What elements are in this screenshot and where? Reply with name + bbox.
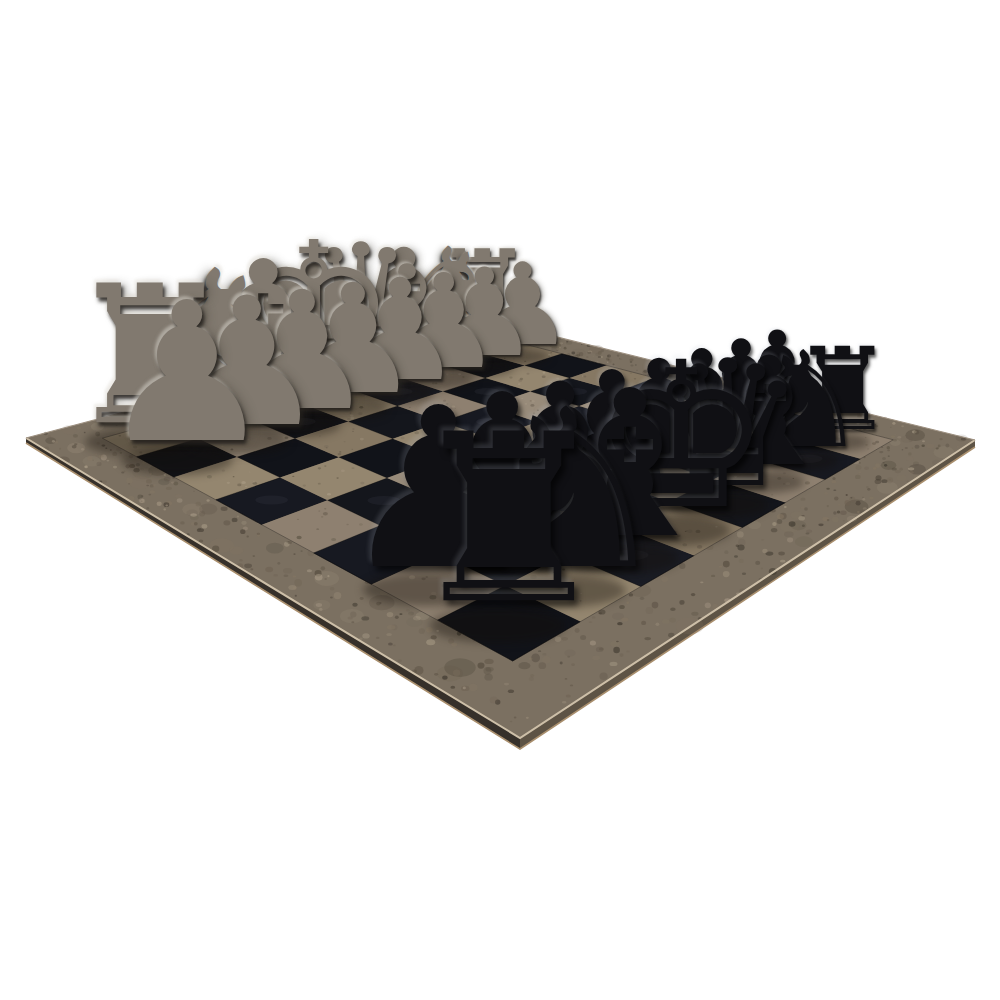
marble-speckle [806, 530, 812, 533]
marble-speckle [48, 435, 51, 438]
marble-speckle [571, 663, 575, 666]
marble-speckle [239, 559, 242, 562]
marble-speckle [141, 495, 143, 496]
marble-blotch [784, 531, 794, 537]
marble-speckle [297, 536, 302, 539]
marble-speckle [221, 507, 228, 511]
marble-speckle [149, 494, 152, 496]
marble-speckle [939, 438, 942, 440]
marble-speckle [739, 559, 744, 563]
marble-speckle [277, 562, 280, 565]
marble-speckle [656, 623, 660, 626]
marble-speckle [742, 572, 746, 575]
marble-speckle [610, 662, 618, 666]
marble-speckle [906, 481, 908, 482]
marble-speckle [253, 555, 256, 557]
marble-speckle [510, 721, 512, 722]
marble-speckle [876, 475, 882, 480]
marble-speckle [140, 499, 145, 503]
marble-blotch [906, 456, 914, 461]
marble-speckle [843, 520, 845, 521]
marble-speckle [484, 674, 492, 681]
marble-speckle [386, 633, 392, 636]
marble-speckle [484, 667, 492, 675]
marble-speckle [912, 448, 914, 449]
marble-speckle [845, 500, 851, 506]
marble-speckle [866, 486, 869, 488]
marble-speckle [59, 448, 61, 450]
marble-speckle [157, 502, 162, 506]
marble-speckle [895, 470, 901, 473]
marble-speckle [922, 445, 925, 447]
marble-blotch [897, 475, 907, 481]
marble-speckle [565, 678, 568, 680]
marble-speckle [147, 507, 150, 510]
marble-speckle [324, 508, 326, 509]
marble-speckle [922, 440, 925, 442]
marble-speckle [592, 655, 600, 660]
marble-speckle [778, 552, 785, 556]
marble-speckle [530, 674, 534, 677]
marble-speckle [850, 497, 852, 499]
marble-speckle [150, 490, 155, 493]
marble-speckle [857, 511, 860, 513]
marble-speckle [626, 651, 629, 653]
marble-speckle [908, 452, 912, 455]
marble-speckle [914, 430, 919, 435]
marble-speckle [330, 596, 333, 598]
white-pawn-h2[interactable]: ♟ [100, 277, 273, 470]
marble-speckle [838, 504, 840, 505]
marble-speckle [327, 575, 329, 577]
marble-speckle [388, 642, 393, 645]
marble-speckle [901, 425, 904, 427]
marble-speckle [196, 502, 201, 507]
marble-speckle [905, 447, 908, 449]
marble-speckle [832, 517, 839, 522]
marble-speckle [265, 567, 273, 573]
marble-blotch [266, 543, 284, 554]
marble-speckle [293, 575, 296, 577]
marble-speckle [175, 494, 182, 498]
marble-blotch [444, 658, 475, 677]
marble-speckle [434, 673, 438, 676]
marble-speckle [734, 555, 738, 558]
marble-speckle [180, 521, 185, 524]
marble-speckle [827, 505, 829, 507]
marble-speckle [867, 488, 870, 491]
marble-speckle [961, 438, 966, 441]
marble-speckle [316, 528, 319, 530]
marble-speckle [691, 612, 698, 616]
marble-speckle [323, 512, 328, 515]
marble-speckle [315, 574, 323, 581]
marble-speckle [705, 602, 711, 608]
marble-speckle [723, 571, 730, 577]
marble-speckle [884, 464, 887, 467]
marble-speckle [247, 535, 249, 537]
marble-speckle [166, 487, 172, 490]
marble-speckle [691, 593, 695, 596]
marble-speckle [316, 603, 322, 607]
marble-blotch [926, 444, 934, 449]
marble-speckle [297, 519, 299, 520]
marble-speckle [613, 647, 620, 653]
marble-blotch [795, 536, 813, 547]
marble-speckle [324, 465, 326, 467]
marble-speckle [250, 568, 253, 570]
marble-speckle [913, 461, 919, 466]
marble-speckle [526, 717, 529, 719]
marble-speckle [504, 683, 509, 686]
marble-speckle [529, 658, 533, 661]
marble-speckle [241, 521, 246, 525]
marble-speckle [318, 467, 321, 469]
marble-speckle [514, 717, 517, 719]
marble-speckle [787, 538, 793, 543]
marble-speckle [194, 522, 198, 525]
marble-speckle [761, 568, 763, 570]
marble-speckle [771, 528, 777, 532]
marble-speckle [321, 566, 325, 570]
marble-speckle [469, 684, 478, 691]
marble-speckle [562, 701, 567, 704]
marble-speckle [837, 511, 840, 514]
marble-speckle [52, 440, 55, 443]
marble-speckle [869, 497, 873, 500]
marble-speckle [295, 595, 297, 597]
marble-speckle [197, 528, 204, 532]
marble-speckle [529, 677, 534, 681]
marble-speckle [330, 587, 335, 590]
marble-speckle [818, 523, 823, 526]
marble-speckle [177, 498, 183, 502]
marble-speckle [887, 466, 890, 468]
marble-speckle [303, 485, 306, 487]
marble-speckle [679, 600, 684, 605]
marble-speckle [393, 644, 396, 646]
marble-speckle [641, 621, 646, 625]
marble-speckle [670, 618, 676, 623]
marble-speckle [376, 637, 380, 639]
marble-speckle [862, 498, 865, 500]
marble-speckle [351, 621, 354, 623]
marble-speckle [193, 491, 195, 492]
marble-speckle [833, 511, 836, 514]
marble-speckle [827, 519, 830, 521]
marble-speckle [163, 508, 166, 510]
marble-speckle [453, 670, 460, 676]
marble-speckle [938, 445, 941, 448]
marble-speckle [881, 479, 887, 483]
marble-speckle [600, 673, 608, 681]
marble-speckle [897, 436, 901, 438]
marble-speckle [284, 574, 289, 577]
marble-speckle [202, 524, 208, 529]
marble-speckle [490, 696, 498, 703]
marble-speckle [909, 439, 913, 442]
marble-speckle [567, 656, 570, 658]
marble-speckle [293, 553, 295, 555]
marble-speckle [478, 663, 485, 669]
marble-speckle [875, 463, 880, 468]
marble-blotch [518, 662, 530, 669]
marble-speckle [893, 439, 897, 442]
marble-speckle [902, 449, 904, 450]
marble-blotch [283, 568, 292, 574]
marble-speckle [301, 550, 303, 552]
marble-speckle [307, 569, 312, 572]
marble-speckle [957, 446, 959, 448]
marble-speckle [199, 511, 205, 517]
marble-speckle [245, 486, 247, 487]
photo-stage: ♜♟♞♟♝♟♛♚♟♝♟♞♟♟♜♟♟♜♟♟♞♟♝♟♛♟♚♟♝♟♞♜ [0, 0, 1000, 1000]
marble-speckle [244, 563, 252, 568]
marble-speckle [892, 468, 897, 471]
marble-speckle [288, 585, 296, 590]
marble-speckle [237, 515, 239, 517]
marble-speckle [909, 471, 914, 474]
marble-speckle [908, 467, 914, 470]
marble-speckle [442, 675, 447, 679]
marble-speckle [856, 501, 861, 506]
marble-speckle [324, 578, 327, 579]
marble-speckle [915, 445, 920, 449]
marble-speckle [539, 662, 547, 669]
marble-speckle [240, 529, 245, 534]
marble-speckle [207, 499, 210, 501]
marble-speckle [508, 690, 514, 694]
marble-speckle [165, 504, 168, 506]
marble-speckle [887, 477, 893, 483]
marble-speckle [223, 520, 230, 525]
marble-speckle [936, 447, 939, 449]
marble-speckle [846, 494, 848, 496]
marble-speckle [570, 685, 573, 687]
marble-speckle [806, 533, 810, 535]
marble-speckle [321, 516, 323, 518]
marble-speckle [450, 686, 455, 689]
marble-speckle [398, 659, 402, 662]
marble-speckle [257, 533, 261, 537]
marble-speckle [484, 659, 493, 664]
marble-speckle [621, 618, 628, 622]
marble-speckle [319, 608, 323, 611]
marble-speckle [644, 637, 651, 640]
marble-speckle [331, 538, 336, 541]
marble-speckle [662, 619, 670, 624]
marble-speckle [862, 497, 864, 498]
marble-speckle [620, 653, 624, 657]
marble-speckle [232, 518, 238, 522]
marble-speckle [566, 694, 571, 697]
marble-speckle [199, 539, 204, 542]
black-rook-h8[interactable]: ♜ [405, 404, 613, 636]
marble-speckle [292, 476, 294, 477]
marble-speckle [723, 561, 730, 568]
marble-speckle [273, 574, 278, 577]
marble-speckle [190, 513, 197, 516]
marble-speckle [883, 462, 885, 463]
marble-speckle [560, 662, 563, 665]
marble-speckle [863, 507, 867, 509]
marble-speckle [362, 633, 369, 638]
marble-speckle [946, 444, 950, 448]
marble-speckle [755, 561, 760, 565]
marble-speckle [294, 579, 302, 586]
marble-speckle [900, 468, 903, 471]
marble-speckle [894, 433, 896, 435]
marble-speckle [318, 483, 321, 485]
marble-speckle [617, 622, 623, 625]
marble-speckle [616, 641, 619, 643]
marble-speckle [840, 511, 847, 515]
marble-speckle [463, 687, 466, 690]
marble-speckle [387, 625, 395, 630]
marble-speckle [327, 493, 331, 496]
marble-speckle [318, 510, 320, 511]
marble-speckle [780, 560, 786, 563]
marble-speckle [882, 457, 886, 460]
marble-speckle [873, 467, 877, 470]
marble-speckle [233, 521, 235, 522]
square-sheen [255, 495, 288, 504]
